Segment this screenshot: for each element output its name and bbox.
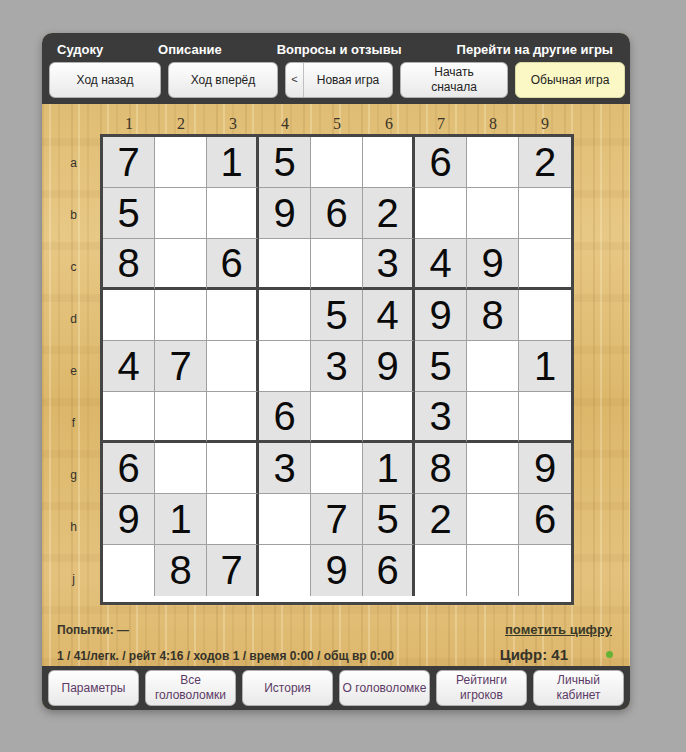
cell-f4[interactable]: 6 — [259, 392, 311, 443]
status-area: Попытки: — пометить цифру 1 / 41/легк. /… — [42, 605, 630, 663]
cell-a9[interactable]: 2 — [519, 137, 571, 188]
sudoku-grid: 7156259628634954984739516363189917526879… — [100, 134, 574, 605]
menu-item-feedback[interactable]: Вопросы и отзывы — [277, 42, 402, 57]
cell-c4[interactable] — [259, 239, 311, 290]
cell-c8[interactable]: 9 — [467, 239, 519, 290]
row-label-d: d — [61, 293, 100, 345]
cell-g2[interactable] — [155, 443, 207, 494]
all-puzzles-button[interactable]: Все головоломки — [145, 670, 236, 706]
cell-a3[interactable]: 1 — [207, 137, 259, 188]
normal-game-button[interactable]: Обычная игра — [515, 62, 625, 98]
cell-b1[interactable]: 5 — [103, 188, 155, 239]
cell-h2[interactable]: 1 — [155, 494, 207, 545]
bottom-bar: Параметры Все головоломки История О голо… — [42, 666, 630, 710]
cell-e6[interactable]: 9 — [363, 341, 415, 392]
cell-j4[interactable] — [259, 545, 311, 596]
column-label-1: 1 — [103, 113, 155, 134]
cell-g7[interactable]: 8 — [415, 443, 467, 494]
cell-c3[interactable]: 6 — [207, 239, 259, 290]
mark-digit-link[interactable]: пометить цифру — [505, 622, 612, 637]
game-panel: Судоку Описание Вопросы и отзывы Перейти… — [42, 33, 630, 710]
cell-f5[interactable] — [311, 392, 363, 443]
cell-j9[interactable] — [519, 545, 571, 596]
cell-g8[interactable] — [467, 443, 519, 494]
cell-g9[interactable]: 9 — [519, 443, 571, 494]
column-label-5: 5 — [311, 113, 363, 134]
history-button[interactable]: История — [242, 670, 333, 706]
stats-line: 1 / 41/легк. / рейт 4:16 / ходов 1 / вре… — [57, 649, 394, 663]
row-label-h: h — [61, 501, 100, 553]
cell-b7[interactable] — [415, 188, 467, 239]
cell-g6[interactable]: 1 — [363, 443, 415, 494]
undo-button[interactable]: Ход назад — [49, 62, 161, 98]
attempts-label: Попытки: — — [57, 623, 129, 637]
cell-a4[interactable]: 5 — [259, 137, 311, 188]
column-label-4: 4 — [259, 113, 311, 134]
row-label-c: c — [61, 241, 100, 293]
cell-c5[interactable] — [311, 239, 363, 290]
column-label-9: 9 — [519, 113, 571, 134]
cell-h3[interactable] — [207, 494, 259, 545]
cell-h8[interactable] — [467, 494, 519, 545]
board-section: 123456789 abcdefghj 71562596286349549847… — [42, 104, 630, 666]
cell-f7[interactable]: 3 — [415, 392, 467, 443]
cell-j2[interactable]: 8 — [155, 545, 207, 596]
row-label-e: e — [61, 345, 100, 397]
cell-h1[interactable]: 9 — [103, 494, 155, 545]
about-puzzle-button[interactable]: О головоломке — [339, 670, 430, 706]
menu-item-sudoku[interactable]: Судоку — [57, 42, 103, 57]
cell-e9[interactable]: 1 — [519, 341, 571, 392]
player-ratings-button[interactable]: Рейтинги игроков — [436, 670, 527, 706]
cell-g3[interactable] — [207, 443, 259, 494]
cell-j1[interactable] — [103, 545, 155, 596]
cell-b5[interactable]: 6 — [311, 188, 363, 239]
restart-button[interactable]: Начать сначала — [400, 62, 508, 98]
cell-c1[interactable]: 8 — [103, 239, 155, 290]
new-game-group: < Новая игра — [285, 62, 393, 98]
cell-e5[interactable]: 3 — [311, 341, 363, 392]
cell-d2[interactable] — [155, 290, 207, 341]
row-label-b: b — [61, 189, 100, 241]
cell-f9[interactable] — [519, 392, 571, 443]
cell-j3[interactable]: 7 — [207, 545, 259, 596]
cell-d6[interactable]: 4 — [363, 290, 415, 341]
cell-g1[interactable]: 6 — [103, 443, 155, 494]
cell-b6[interactable]: 2 — [363, 188, 415, 239]
row-label-f: f — [61, 397, 100, 449]
cell-e4[interactable] — [259, 341, 311, 392]
cell-a1[interactable]: 7 — [103, 137, 155, 188]
cell-h4[interactable] — [259, 494, 311, 545]
menu-item-description[interactable]: Описание — [158, 42, 222, 57]
cell-b9[interactable] — [519, 188, 571, 239]
toolbar: Ход назад Ход вперёд < Новая игра Начать… — [49, 62, 623, 98]
cell-c9[interactable] — [519, 239, 571, 290]
row-labels: abcdefghj — [61, 134, 100, 605]
top-bar: Судоку Описание Вопросы и отзывы Перейти… — [42, 33, 630, 104]
cell-d1[interactable] — [103, 290, 155, 341]
cell-b2[interactable] — [155, 188, 207, 239]
cell-g5[interactable] — [311, 443, 363, 494]
cell-f8[interactable] — [467, 392, 519, 443]
cell-b8[interactable] — [467, 188, 519, 239]
personal-cabinet-button[interactable]: Личный кабинет — [533, 670, 624, 706]
cell-b4[interactable]: 9 — [259, 188, 311, 239]
redo-button[interactable]: Ход вперёд — [168, 62, 278, 98]
column-label-3: 3 — [207, 113, 259, 134]
page-background: Судоку Описание Вопросы и отзывы Перейти… — [0, 0, 686, 752]
cell-j6[interactable]: 6 — [363, 545, 415, 596]
cell-e1[interactable]: 4 — [103, 341, 155, 392]
cell-e7[interactable]: 5 — [415, 341, 467, 392]
cell-h6[interactable]: 5 — [363, 494, 415, 545]
cell-f3[interactable] — [207, 392, 259, 443]
status-dot-icon — [606, 651, 613, 658]
new-game-button[interactable]: Новая игра — [304, 73, 392, 88]
cell-d5[interactable]: 5 — [311, 290, 363, 341]
cell-h9[interactable]: 6 — [519, 494, 571, 545]
cell-e2[interactable]: 7 — [155, 341, 207, 392]
cell-b3[interactable] — [207, 188, 259, 239]
digits-count-label: Цифр: 41 — [500, 646, 568, 663]
cell-d4[interactable] — [259, 290, 311, 341]
cell-c7[interactable]: 4 — [415, 239, 467, 290]
board-area: 123456789 abcdefghj 71562596286349549847… — [61, 113, 630, 605]
main-menu: Судоку Описание Вопросы и отзывы Перейти… — [49, 36, 623, 62]
cell-d8[interactable]: 8 — [467, 290, 519, 341]
cell-e8[interactable] — [467, 341, 519, 392]
column-label-6: 6 — [363, 113, 415, 134]
cell-c6[interactable]: 3 — [363, 239, 415, 290]
menu-item-other-games[interactable]: Перейти на другие игры — [457, 42, 613, 57]
cell-a8[interactable] — [467, 137, 519, 188]
cell-f2[interactable] — [155, 392, 207, 443]
cell-e3[interactable] — [207, 341, 259, 392]
cell-a2[interactable] — [155, 137, 207, 188]
cell-h5[interactable]: 7 — [311, 494, 363, 545]
column-labels: 123456789 — [103, 113, 630, 134]
cell-d3[interactable] — [207, 290, 259, 341]
cell-j8[interactable] — [467, 545, 519, 596]
cell-c2[interactable] — [155, 239, 207, 290]
prev-puzzle-button[interactable]: < — [286, 63, 304, 97]
settings-button[interactable]: Параметры — [48, 670, 139, 706]
row-label-a: a — [61, 137, 100, 189]
cell-a7[interactable]: 6 — [415, 137, 467, 188]
column-label-2: 2 — [155, 113, 207, 134]
row-label-g: g — [61, 449, 100, 501]
cell-j7[interactable] — [415, 545, 467, 596]
cell-f6[interactable] — [363, 392, 415, 443]
row-label-j: j — [61, 553, 100, 605]
cell-d7[interactable]: 9 — [415, 290, 467, 341]
column-label-7: 7 — [415, 113, 467, 134]
cell-a5[interactable] — [311, 137, 363, 188]
cell-d9[interactable] — [519, 290, 571, 341]
cell-j5[interactable]: 9 — [311, 545, 363, 596]
cell-h7[interactable]: 2 — [415, 494, 467, 545]
cell-g4[interactable]: 3 — [259, 443, 311, 494]
cell-f1[interactable] — [103, 392, 155, 443]
column-label-8: 8 — [467, 113, 519, 134]
cell-a6[interactable] — [363, 137, 415, 188]
